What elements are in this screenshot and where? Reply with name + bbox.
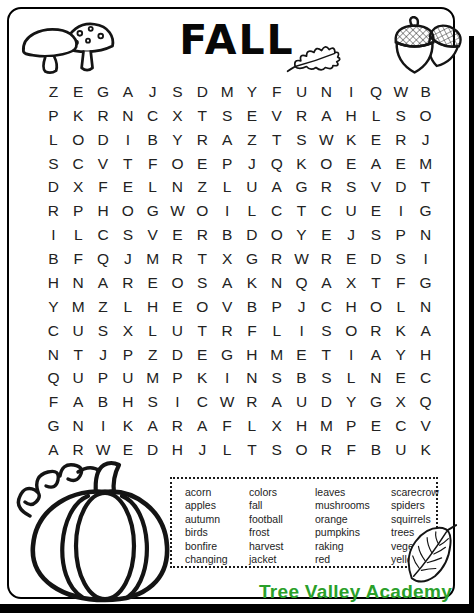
grid-cell-r8c5[interactable]: M xyxy=(140,247,165,271)
grid-cell-r14c7[interactable]: C xyxy=(190,390,215,414)
grid-cell-r7c14[interactable]: S xyxy=(364,223,389,247)
grid-cell-r2c1[interactable]: P xyxy=(41,104,66,128)
grid-cell-r1c4[interactable]: A xyxy=(115,80,140,104)
grid-cell-r10c8[interactable]: V xyxy=(215,295,240,319)
grid-cell-r16c14[interactable]: B xyxy=(364,438,389,462)
grid-cell-r10c16[interactable]: N xyxy=(413,295,438,319)
grid-cell-r15c10[interactable]: X xyxy=(264,414,289,438)
grid-cell-r1c12[interactable]: N xyxy=(314,80,339,104)
grid-cell-r15c11[interactable]: H xyxy=(289,414,314,438)
word-item: football xyxy=(249,513,315,526)
credit-text: Tree Valley Academy xyxy=(259,581,452,603)
grid-cell-r5c15[interactable]: D xyxy=(388,176,413,200)
grid-cell-r13c6[interactable]: P xyxy=(165,367,190,391)
grid-cell-r6c9[interactable]: L xyxy=(240,199,265,223)
grid-cell-r15c4[interactable]: K xyxy=(115,414,140,438)
grid-cell-r12c7[interactable]: E xyxy=(190,343,215,367)
grid-cell-r10c2[interactable]: M xyxy=(66,295,91,319)
word-item: scarecrow xyxy=(391,486,442,499)
grid-cell-r11c9[interactable]: F xyxy=(240,319,265,343)
grid-cell-r2c3[interactable]: R xyxy=(91,104,116,128)
grid-cell-r6c11[interactable]: T xyxy=(289,199,314,223)
grid-cell-r15c1[interactable]: G xyxy=(41,414,66,438)
grid-cell-r3c16[interactable]: J xyxy=(413,128,438,152)
grid-cell-r15c13[interactable]: P xyxy=(339,414,364,438)
grid-cell-r4c3[interactable]: V xyxy=(91,152,116,176)
grid-cell-r11c12[interactable]: S xyxy=(314,319,339,343)
grid-cell-r9c14[interactable]: T xyxy=(364,271,389,295)
grid-cell-r14c16[interactable]: Q xyxy=(413,390,438,414)
grid-cell-r12c3[interactable]: J xyxy=(91,343,116,367)
grid-cell-r3c6[interactable]: Y xyxy=(165,128,190,152)
grid-cell-r4c11[interactable]: K xyxy=(289,152,314,176)
grid-cell-r3c8[interactable]: A xyxy=(215,128,240,152)
grid-cell-r6c14[interactable]: E xyxy=(364,199,389,223)
grid-cell-r1c7[interactable]: D xyxy=(190,80,215,104)
grid-cell-r8c9[interactable]: G xyxy=(240,247,265,271)
grid-cell-r5c4[interactable]: E xyxy=(115,176,140,200)
grid-cell-r4c9[interactable]: J xyxy=(240,152,265,176)
grid-cell-r5c2[interactable]: X xyxy=(66,176,91,200)
grid-cell-r8c4[interactable]: J xyxy=(115,247,140,271)
grid-cell-r13c16[interactable]: C xyxy=(413,367,438,391)
mushrooms-icon xyxy=(18,16,118,78)
grid-cell-r14c4[interactable]: H xyxy=(115,390,140,414)
grid-cell-r3c2[interactable]: O xyxy=(66,128,91,152)
worksheet-page: FALL ZEGAJSDMYFUNIQWBPKRNCXTSEVRAHLSO xyxy=(0,0,474,613)
grid-cell-r16c15[interactable]: U xyxy=(388,438,413,462)
grid-cell-r15c15[interactable]: C xyxy=(388,414,413,438)
grid-cell-r13c5[interactable]: M xyxy=(140,367,165,391)
grid-cell-r1c5[interactable]: J xyxy=(140,80,165,104)
grid-cell-r16c12[interactable]: R xyxy=(314,438,339,462)
grid-cell-r14c15[interactable]: X xyxy=(388,390,413,414)
grid-cell-r1c3[interactable]: G xyxy=(91,80,116,104)
grid-cell-r11c3[interactable]: S xyxy=(91,319,116,343)
grid-cell-r5c8[interactable]: L xyxy=(215,176,240,200)
grid-cell-r11c14[interactable]: R xyxy=(364,319,389,343)
grid-cell-r14c9[interactable]: R xyxy=(240,390,265,414)
grid-cell-r10c14[interactable]: O xyxy=(364,295,389,319)
grid-cell-r8c16[interactable]: I xyxy=(413,247,438,271)
grid-cell-r7c6[interactable]: E xyxy=(165,223,190,247)
grid-cell-r12c2[interactable]: T xyxy=(66,343,91,367)
grid-cell-r8c7[interactable]: T xyxy=(190,247,215,271)
grid-cell-r2c16[interactable]: O xyxy=(413,104,438,128)
grid-cell-r3c13[interactable]: K xyxy=(339,128,364,152)
grid-cell-r3c7[interactable]: R xyxy=(190,128,215,152)
grid-cell-r5c1[interactable]: D xyxy=(41,176,66,200)
grid-cell-r13c3[interactable]: P xyxy=(91,367,116,391)
grid-cell-r13c11[interactable]: B xyxy=(289,367,314,391)
grid-cell-r15c2[interactable]: N xyxy=(66,414,91,438)
grid-cell-r14c13[interactable]: Y xyxy=(339,390,364,414)
grid-cell-r9c9[interactable]: K xyxy=(240,271,265,295)
grid-cell-r11c11[interactable]: I xyxy=(289,319,314,343)
grid-cell-r11c15[interactable]: K xyxy=(388,319,413,343)
word-item: leaves xyxy=(315,486,391,499)
grid-cell-r1c11[interactable]: U xyxy=(289,80,314,104)
grid-cell-r5c9[interactable]: U xyxy=(240,176,265,200)
grid-cell-r13c7[interactable]: K xyxy=(190,367,215,391)
grid-cell-r12c6[interactable]: D xyxy=(165,343,190,367)
grid-cell-r2c10[interactable]: V xyxy=(264,104,289,128)
word-item: orange xyxy=(315,513,391,526)
grid-cell-r2c7[interactable]: T xyxy=(190,104,215,128)
grid-cell-r4c14[interactable]: A xyxy=(364,152,389,176)
grid-cell-r3c12[interactable]: W xyxy=(314,128,339,152)
grid-cell-r4c16[interactable]: M xyxy=(413,152,438,176)
grid-cell-r1c15[interactable]: W xyxy=(388,80,413,104)
grid-cell-r16c16[interactable]: K xyxy=(413,438,438,462)
acorns-icon xyxy=(386,16,462,80)
grid-cell-r14c5[interactable]: S xyxy=(140,390,165,414)
grid-cell-r14c11[interactable]: U xyxy=(289,390,314,414)
grid-cell-r8c15[interactable]: S xyxy=(388,247,413,271)
grid-cell-r11c2[interactable]: U xyxy=(66,319,91,343)
grid-cell-r10c15[interactable]: L xyxy=(388,295,413,319)
grid-cell-r15c16[interactable]: V xyxy=(413,414,438,438)
grid-cell-r3c15[interactable]: R xyxy=(388,128,413,152)
grid-cell-r10c3[interactable]: Z xyxy=(91,295,116,319)
grid-cell-r4c6[interactable]: O xyxy=(165,152,190,176)
grid-cell-r1c16[interactable]: B xyxy=(413,80,438,104)
page-edge-bottom xyxy=(0,604,474,613)
grid-cell-r10c6[interactable]: E xyxy=(165,295,190,319)
grid-cell-r10c9[interactable]: B xyxy=(240,295,265,319)
word-bank-column: colorsfallfootballfrostharvestjacket xyxy=(249,486,315,566)
grid-cell-r2c15[interactable]: S xyxy=(388,104,413,128)
word-bank-column: leavesmushroomsorangepumpkinsrakingred xyxy=(315,486,391,566)
grid-cell-r9c8[interactable]: A xyxy=(215,271,240,295)
grid-cell-r3c10[interactable]: T xyxy=(264,128,289,152)
leaf-icon xyxy=(404,524,458,586)
grid-cell-r4c8[interactable]: P xyxy=(215,152,240,176)
grid-cell-r8c6[interactable]: R xyxy=(165,247,190,271)
grid-cell-r3c4[interactable]: I xyxy=(115,128,140,152)
grid-cell-r14c6[interactable]: I xyxy=(165,390,190,414)
grid-cell-r13c1[interactable]: Q xyxy=(41,367,66,391)
grid-cell-r7c13[interactable]: J xyxy=(339,223,364,247)
grid-cell-r16c11[interactable]: O xyxy=(289,438,314,462)
grid-cell-r10c12[interactable]: C xyxy=(314,295,339,319)
grid-cell-r16c8[interactable]: L xyxy=(215,438,240,462)
grid-cell-r12c14[interactable]: A xyxy=(364,343,389,367)
grid-cell-r1c10[interactable]: F xyxy=(264,80,289,104)
grid-cell-r4c2[interactable]: C xyxy=(66,152,91,176)
grid-cell-r9c5[interactable]: E xyxy=(140,271,165,295)
grid-cell-r6c4[interactable]: O xyxy=(115,199,140,223)
grid-cell-r12c8[interactable]: G xyxy=(215,343,240,367)
word-item: harvest xyxy=(249,540,315,553)
word-item: fall xyxy=(249,499,315,512)
grid-cell-r4c1[interactable]: S xyxy=(41,152,66,176)
grid-cell-r2c11[interactable]: R xyxy=(289,104,314,128)
grid-cell-r2c12[interactable]: A xyxy=(314,104,339,128)
grid-cell-r10c5[interactable]: H xyxy=(140,295,165,319)
grid-cell-r4c15[interactable]: E xyxy=(388,152,413,176)
grid-cell-r2c13[interactable]: H xyxy=(339,104,364,128)
grid-cell-r3c9[interactable]: Z xyxy=(240,128,265,152)
word-item: acorn xyxy=(185,486,249,499)
grid-cell-r5c16[interactable]: T xyxy=(413,176,438,200)
grid-cell-r12c12[interactable]: T xyxy=(314,343,339,367)
grid-cell-r12c15[interactable]: Y xyxy=(388,343,413,367)
word-item: changing xyxy=(185,553,249,566)
grid-cell-r13c4[interactable]: U xyxy=(115,367,140,391)
grid-cell-r11c4[interactable]: X xyxy=(115,319,140,343)
grid-cell-r8c11[interactable]: W xyxy=(289,247,314,271)
grid-cell-r12c5[interactable]: Z xyxy=(140,343,165,367)
grid-cell-r9c15[interactable]: F xyxy=(388,271,413,295)
grid-cell-r9c3[interactable]: A xyxy=(91,271,116,295)
word-item: mushrooms xyxy=(315,499,391,512)
grid-cell-r1c13[interactable]: I xyxy=(339,80,364,104)
grid-cell-r9c13[interactable]: X xyxy=(339,271,364,295)
grid-cell-r13c10[interactable]: S xyxy=(264,367,289,391)
grid-cell-r9c4[interactable]: R xyxy=(115,271,140,295)
grid-cell-r9c1[interactable]: H xyxy=(41,271,66,295)
grid-cell-r7c4[interactable]: S xyxy=(115,223,140,247)
grid-cell-r15c5[interactable]: A xyxy=(140,414,165,438)
grid-cell-r1c2[interactable]: E xyxy=(66,80,91,104)
grid-cell-r10c10[interactable]: P xyxy=(264,295,289,319)
grid-cell-r7c2[interactable]: L xyxy=(66,223,91,247)
grid-cell-r2c2[interactable]: K xyxy=(66,104,91,128)
grid-cell-r15c6[interactable]: R xyxy=(165,414,190,438)
grid-cell-r9c16[interactable]: G xyxy=(413,271,438,295)
grid-cell-r10c1[interactable]: Y xyxy=(41,295,66,319)
grid-cell-r15c7[interactable]: A xyxy=(190,414,215,438)
grid-cell-r13c8[interactable]: I xyxy=(215,367,240,391)
page-edge-right xyxy=(469,36,474,613)
grid-cell-r14c8[interactable]: W xyxy=(215,390,240,414)
word-item: frost xyxy=(249,526,315,539)
grid-cell-r10c11[interactable]: J xyxy=(289,295,314,319)
grid-cell-r8c13[interactable]: E xyxy=(339,247,364,271)
grid-cell-r8c12[interactable]: R xyxy=(314,247,339,271)
grid-cell-r11c16[interactable]: A xyxy=(413,319,438,343)
grid-cell-r14c14[interactable]: G xyxy=(364,390,389,414)
grid-cell-r2c8[interactable]: S xyxy=(215,104,240,128)
grid-cell-r2c9[interactable]: E xyxy=(240,104,265,128)
grid-cell-r14c12[interactable]: D xyxy=(314,390,339,414)
grid-cell-r6c8[interactable]: I xyxy=(215,199,240,223)
grid-cell-r15c14[interactable]: E xyxy=(364,414,389,438)
grid-cell-r1c14[interactable]: Q xyxy=(364,80,389,104)
grid-cell-r7c15[interactable]: P xyxy=(388,223,413,247)
grid-cell-r12c4[interactable]: P xyxy=(115,343,140,367)
grid-cell-r13c12[interactable]: S xyxy=(314,367,339,391)
grid-cell-r13c15[interactable]: E xyxy=(388,367,413,391)
grid-cell-r7c12[interactable]: E xyxy=(314,223,339,247)
grid-cell-r11c13[interactable]: O xyxy=(339,319,364,343)
word-item: jacket xyxy=(249,553,315,566)
grid-cell-r9c7[interactable]: S xyxy=(190,271,215,295)
word-item: birds xyxy=(185,526,249,539)
grid-cell-r4c10[interactable]: Q xyxy=(264,152,289,176)
grid-cell-r6c12[interactable]: C xyxy=(314,199,339,223)
grid-cell-r9c2[interactable]: N xyxy=(66,271,91,295)
grid-cell-r4c12[interactable]: O xyxy=(314,152,339,176)
grid-cell-r5c5[interactable]: L xyxy=(140,176,165,200)
grid-cell-r12c11[interactable]: E xyxy=(289,343,314,367)
grid-cell-r2c14[interactable]: L xyxy=(364,104,389,128)
word-bank-column: acornapplesautumnbirdsbonfirechanging xyxy=(185,486,249,566)
grid-cell-r11c5[interactable]: L xyxy=(140,319,165,343)
grid-cell-r10c7[interactable]: O xyxy=(190,295,215,319)
grid-cell-r9c10[interactable]: N xyxy=(264,271,289,295)
grid-cell-r7c1[interactable]: I xyxy=(41,223,66,247)
grid-cell-r6c5[interactable]: G xyxy=(140,199,165,223)
grid-cell-r7c16[interactable]: N xyxy=(413,223,438,247)
grid-cell-r11c1[interactable]: C xyxy=(41,319,66,343)
grid-cell-r13c14[interactable]: N xyxy=(364,367,389,391)
grid-cell-r12c16[interactable]: H xyxy=(413,343,438,367)
word-item: spiders xyxy=(391,499,442,512)
grid-cell-r5c14[interactable]: V xyxy=(364,176,389,200)
word-item: autumn xyxy=(185,513,249,526)
grid-cell-r14c1[interactable]: F xyxy=(41,390,66,414)
grid-cell-r5c3[interactable]: F xyxy=(91,176,116,200)
grid-cell-r12c9[interactable]: H xyxy=(240,343,265,367)
grid-cell-r7c5[interactable]: V xyxy=(140,223,165,247)
grid-cell-r2c4[interactable]: N xyxy=(115,104,140,128)
grid-cell-r15c3[interactable]: I xyxy=(91,414,116,438)
grid-cell-r9c11[interactable]: Q xyxy=(289,271,314,295)
grid-cell-r14c10[interactable]: A xyxy=(264,390,289,414)
grid-cell-r4c5[interactable]: F xyxy=(140,152,165,176)
grid-cell-r1c1[interactable]: Z xyxy=(41,80,66,104)
grid-cell-r3c1[interactable]: L xyxy=(41,128,66,152)
grid-cell-r4c13[interactable]: E xyxy=(339,152,364,176)
grid-cell-r11c8[interactable]: R xyxy=(215,319,240,343)
grid-cell-r13c13[interactable]: L xyxy=(339,367,364,391)
grid-cell-r6c1[interactable]: R xyxy=(41,199,66,223)
grid-cell-r6c6[interactable]: W xyxy=(165,199,190,223)
grid-cell-r6c3[interactable]: H xyxy=(91,199,116,223)
grid-cell-r12c10[interactable]: M xyxy=(264,343,289,367)
grid-cell-r10c4[interactable]: L xyxy=(115,295,140,319)
grid-cell-r12c13[interactable]: I xyxy=(339,343,364,367)
grid-cell-r3c14[interactable]: E xyxy=(364,128,389,152)
grid-cell-r8c14[interactable]: D xyxy=(364,247,389,271)
grid-cell-r3c11[interactable]: S xyxy=(289,128,314,152)
grid-cell-r5c13[interactable]: S xyxy=(339,176,364,200)
grid-cell-r11c6[interactable]: U xyxy=(165,319,190,343)
grid-cell-r5c6[interactable]: N xyxy=(165,176,190,200)
grid-cell-r15c12[interactable]: M xyxy=(314,414,339,438)
grid-cell-r16c9[interactable]: T xyxy=(240,438,265,462)
grid-cell-r16c7[interactable]: J xyxy=(190,438,215,462)
word-search-grid[interactable]: ZEGAJSDMYFUNIQWBPKRNCXTSEVRAHLSOLODIBYRA… xyxy=(41,80,438,462)
word-item: pumpkins xyxy=(315,526,391,539)
grid-cell-r5c11[interactable]: G xyxy=(289,176,314,200)
grid-cell-r2c6[interactable]: X xyxy=(165,104,190,128)
grid-cell-r7c7[interactable]: R xyxy=(190,223,215,247)
grid-cell-r14c3[interactable]: B xyxy=(91,390,116,414)
grid-cell-r6c2[interactable]: P xyxy=(66,199,91,223)
grid-cell-r9c6[interactable]: O xyxy=(165,271,190,295)
grid-cell-r1c8[interactable]: M xyxy=(215,80,240,104)
grid-cell-r12c1[interactable]: N xyxy=(41,343,66,367)
grid-cell-r8c1[interactable]: B xyxy=(41,247,66,271)
grid-cell-r2c5[interactable]: C xyxy=(140,104,165,128)
grid-cell-r6c15[interactable]: I xyxy=(388,199,413,223)
grid-cell-r6c10[interactable]: C xyxy=(264,199,289,223)
grid-cell-r6c13[interactable]: U xyxy=(339,199,364,223)
word-item: raking xyxy=(315,540,391,553)
pumpkin-icon xyxy=(8,458,173,603)
grid-cell-r14c2[interactable]: A xyxy=(66,390,91,414)
grid-cell-r6c7[interactable]: O xyxy=(190,199,215,223)
grid-cell-r4c7[interactable]: E xyxy=(190,152,215,176)
grid-cell-r1c9[interactable]: Y xyxy=(240,80,265,104)
grid-cell-r5c12[interactable]: R xyxy=(314,176,339,200)
grid-cell-r8c8[interactable]: X xyxy=(215,247,240,271)
grid-cell-r4c4[interactable]: T xyxy=(115,152,140,176)
grid-cell-r3c3[interactable]: D xyxy=(91,128,116,152)
grid-cell-r1c6[interactable]: S xyxy=(165,80,190,104)
grid-cell-r7c8[interactable]: B xyxy=(215,223,240,247)
grid-cell-r15c8[interactable]: F xyxy=(215,414,240,438)
word-item: bonfire xyxy=(185,540,249,553)
grid-cell-r8c2[interactable]: F xyxy=(66,247,91,271)
grid-cell-r5c7[interactable]: Z xyxy=(190,176,215,200)
grid-cell-r8c3[interactable]: Q xyxy=(91,247,116,271)
grid-cell-r11c10[interactable]: L xyxy=(264,319,289,343)
grid-cell-r8c10[interactable]: R xyxy=(264,247,289,271)
grid-cell-r7c9[interactable]: D xyxy=(240,223,265,247)
word-item: colors xyxy=(249,486,315,499)
oak-leaf-icon xyxy=(283,42,347,76)
word-item: apples xyxy=(185,499,249,512)
grid-cell-r7c3[interactable]: C xyxy=(91,223,116,247)
grid-cell-r13c9[interactable]: N xyxy=(240,367,265,391)
grid-cell-r7c11[interactable]: Y xyxy=(289,223,314,247)
grid-cell-r11c7[interactable]: T xyxy=(190,319,215,343)
grid-cell-r3c5[interactable]: B xyxy=(140,128,165,152)
grid-cell-r16c13[interactable]: F xyxy=(339,438,364,462)
word-bank: acornapplesautumnbirdsbonfirechangingcol… xyxy=(170,477,438,568)
grid-cell-r5c10[interactable]: A xyxy=(264,176,289,200)
grid-cell-r9c12[interactable]: A xyxy=(314,271,339,295)
grid-cell-r13c2[interactable]: U xyxy=(66,367,91,391)
word-item: red xyxy=(315,553,391,566)
grid-cell-r10c13[interactable]: H xyxy=(339,295,364,319)
grid-cell-r15c9[interactable]: L xyxy=(240,414,265,438)
grid-cell-r7c10[interactable]: O xyxy=(264,223,289,247)
grid-cell-r6c16[interactable]: G xyxy=(413,199,438,223)
grid-cell-r16c10[interactable]: S xyxy=(264,438,289,462)
